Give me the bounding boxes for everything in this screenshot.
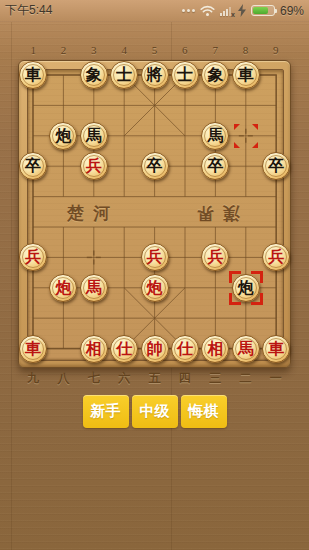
piece-red-advisor[interactable]: 仕 <box>171 335 199 363</box>
piece-black-general[interactable]: 將 <box>141 61 169 89</box>
board-top-labels: 123456789 <box>18 44 291 58</box>
piece-character: 兵 <box>207 249 223 265</box>
piece-red-cannon[interactable]: 炮 <box>49 274 77 302</box>
piece-character: 將 <box>147 67 163 83</box>
piece-character: 相 <box>207 340 223 356</box>
piece-character: 馬 <box>238 340 254 356</box>
piece-character: 相 <box>86 340 102 356</box>
col-label-red-2: 八 <box>48 370 78 384</box>
col-label-red-8: 二 <box>230 370 260 384</box>
charging-bolt-icon <box>238 4 246 17</box>
battery-icon <box>251 5 275 16</box>
intermediate-button[interactable]: 中级 <box>132 395 178 428</box>
river-label-right: 漢界 <box>188 201 240 224</box>
piece-character: 仕 <box>116 340 132 356</box>
app-background: 下午5:44 x 69% 123456789 楚 <box>0 0 309 550</box>
piece-character: 象 <box>207 67 223 83</box>
piece-character: 士 <box>116 67 132 83</box>
piece-character: 仕 <box>177 340 193 356</box>
col-label-2: 2 <box>48 44 78 58</box>
piece-red-soldier[interactable]: 兵 <box>141 243 169 271</box>
button-row: 新手 中级 悔棋 <box>0 395 309 428</box>
piece-character: 兵 <box>86 158 102 174</box>
last-move-from-marker <box>234 124 258 148</box>
piece-black-cannon[interactable]: 炮 <box>49 122 77 150</box>
piece-red-soldier[interactable]: 兵 <box>80 152 108 180</box>
piece-character: 卒 <box>25 158 41 174</box>
piece-character: 車 <box>25 67 41 83</box>
piece-character: 象 <box>86 67 102 83</box>
battery-percent: 69% <box>280 4 304 18</box>
piece-black-chariot[interactable]: 車 <box>19 61 47 89</box>
col-label-1: 1 <box>18 44 48 58</box>
col-label-8: 8 <box>230 44 260 58</box>
piece-character: 炮 <box>55 127 71 143</box>
more-dots-icon <box>182 9 195 12</box>
wifi-icon <box>200 5 215 17</box>
board-bottom-labels: 九八七六五四三二一 <box>18 370 291 384</box>
piece-red-chariot[interactable]: 車 <box>19 335 47 363</box>
piece-character: 馬 <box>86 279 102 295</box>
piece-red-elephant[interactable]: 相 <box>201 335 229 363</box>
last-move-to-marker <box>229 271 263 305</box>
piece-character: 卒 <box>207 158 223 174</box>
piece-character: 卒 <box>147 158 163 174</box>
xiangqi-board[interactable]: 楚河 漢界 車象士將士象車炮馬馬卒卒卒卒炮兵兵兵兵兵炮馬炮車相仕帥仕相馬車 <box>18 60 291 368</box>
status-bar: 下午5:44 x 69% <box>0 0 309 22</box>
piece-character: 兵 <box>147 249 163 265</box>
piece-black-advisor[interactable]: 士 <box>110 61 138 89</box>
piece-black-soldier[interactable]: 卒 <box>19 152 47 180</box>
piece-character: 卒 <box>268 158 284 174</box>
piece-character: 馬 <box>207 127 223 143</box>
piece-red-horse[interactable]: 馬 <box>80 274 108 302</box>
piece-black-soldier[interactable]: 卒 <box>141 152 169 180</box>
piece-character: 兵 <box>268 249 284 265</box>
piece-red-elephant[interactable]: 相 <box>80 335 108 363</box>
col-label-red-6: 四 <box>170 370 200 384</box>
piece-character: 炮 <box>147 279 163 295</box>
piece-red-chariot[interactable]: 車 <box>262 335 290 363</box>
novice-button[interactable]: 新手 <box>83 395 129 428</box>
piece-character: 車 <box>268 340 284 356</box>
piece-red-advisor[interactable]: 仕 <box>110 335 138 363</box>
col-label-9: 9 <box>261 44 291 58</box>
piece-character: 炮 <box>55 279 71 295</box>
col-label-red-5: 五 <box>139 370 169 384</box>
piece-character: 馬 <box>86 127 102 143</box>
status-icons: x 69% <box>182 4 304 18</box>
piece-character: 帥 <box>147 340 163 356</box>
board-grid <box>18 60 291 368</box>
piece-character: 士 <box>177 67 193 83</box>
piece-black-advisor[interactable]: 士 <box>171 61 199 89</box>
col-label-red-3: 七 <box>79 370 109 384</box>
river-label-left: 楚河 <box>67 201 119 224</box>
piece-character: 車 <box>25 340 41 356</box>
col-label-6: 6 <box>170 44 200 58</box>
signal-x-badge: x <box>231 11 235 18</box>
piece-black-horse[interactable]: 馬 <box>80 122 108 150</box>
col-label-red-1: 九 <box>18 370 48 384</box>
col-label-red-7: 三 <box>200 370 230 384</box>
piece-red-horse[interactable]: 馬 <box>232 335 260 363</box>
signal-icon: x <box>220 6 233 16</box>
col-label-7: 7 <box>200 44 230 58</box>
piece-black-chariot[interactable]: 車 <box>232 61 260 89</box>
piece-red-general[interactable]: 帥 <box>141 335 169 363</box>
piece-black-horse[interactable]: 馬 <box>201 122 229 150</box>
status-time: 下午5:44 <box>5 2 52 19</box>
col-label-4: 4 <box>109 44 139 58</box>
wood-grain-line <box>11 0 12 550</box>
undo-move-button[interactable]: 悔棋 <box>181 395 227 428</box>
col-label-red-9: 一 <box>261 370 291 384</box>
piece-black-elephant[interactable]: 象 <box>80 61 108 89</box>
col-label-3: 3 <box>79 44 109 58</box>
piece-character: 車 <box>238 67 254 83</box>
col-label-5: 5 <box>139 44 169 58</box>
piece-red-cannon[interactable]: 炮 <box>141 274 169 302</box>
col-label-red-4: 六 <box>109 370 139 384</box>
piece-character: 兵 <box>25 249 41 265</box>
